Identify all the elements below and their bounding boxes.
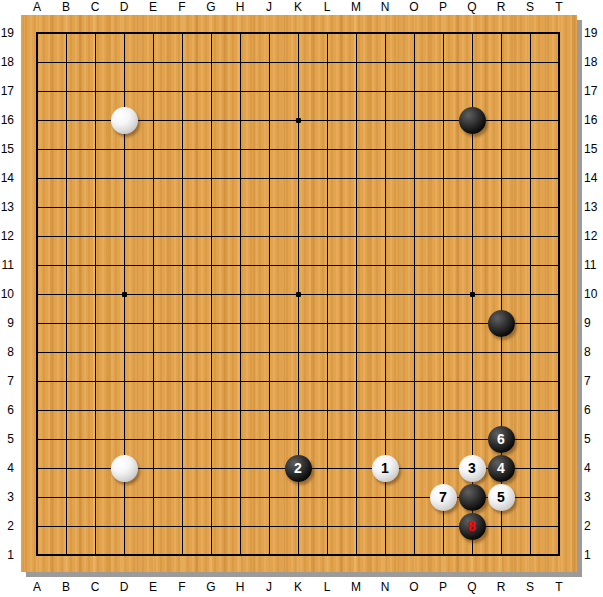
col-label-bottom-N: N (371, 577, 399, 597)
stone-black-R4: 4 (488, 455, 515, 482)
col-label-bottom-E: E (139, 577, 167, 597)
col-label-top-R: R (487, 0, 515, 15)
row-label-left-17: 17 (0, 83, 14, 99)
stone-black-R5: 6 (488, 426, 515, 453)
col-label-bottom-K: K (284, 577, 312, 597)
row-label-right-13: 13 (584, 199, 603, 215)
row-label-right-4: 4 (584, 460, 603, 476)
row-label-right-1: 1 (584, 547, 603, 563)
col-label-bottom-Q: Q (458, 577, 486, 597)
col-label-top-S: S (516, 0, 544, 15)
col-label-top-K: K (284, 0, 312, 15)
row-label-right-17: 17 (584, 83, 603, 99)
col-label-bottom-R: R (487, 577, 515, 597)
row-label-right-14: 14 (584, 170, 603, 186)
col-label-bottom-G: G (197, 577, 225, 597)
col-label-top-F: F (168, 0, 196, 15)
col-label-bottom-D: D (110, 577, 138, 597)
stone-black-Q3 (459, 484, 486, 511)
col-label-bottom-F: F (168, 577, 196, 597)
row-label-left-13: 13 (0, 199, 14, 215)
stone-black-Q2-last-move: 8 (459, 513, 486, 540)
col-label-top-T: T (545, 0, 573, 15)
col-label-bottom-A: A (23, 577, 51, 597)
stone-white-Q4: 3 (459, 455, 486, 482)
stone-white-N4: 1 (372, 455, 399, 482)
col-label-bottom-P: P (429, 577, 457, 597)
row-label-left-19: 19 (0, 25, 14, 41)
row-label-left-2: 2 (0, 518, 14, 534)
row-label-left-14: 14 (0, 170, 14, 186)
row-label-left-15: 15 (0, 141, 14, 157)
col-label-top-D: D (110, 0, 138, 15)
col-label-bottom-C: C (81, 577, 109, 597)
row-label-left-6: 6 (0, 402, 14, 418)
row-label-left-5: 5 (0, 431, 14, 447)
star-point-D10 (122, 292, 127, 297)
goban-diagram: ABCDEFGHJKLMNOPQRST ABCDEFGHJKLMNOPQRST … (0, 0, 603, 597)
row-label-left-4: 4 (0, 460, 14, 476)
star-point-Q10 (470, 292, 475, 297)
col-label-top-L: L (313, 0, 341, 15)
col-label-top-P: P (429, 0, 457, 15)
row-label-right-2: 2 (584, 518, 603, 534)
row-label-right-7: 7 (584, 373, 603, 389)
board-intersections-grid[interactable]: 12345678 (23, 19, 574, 570)
row-label-right-6: 6 (584, 402, 603, 418)
row-label-right-19: 19 (584, 25, 603, 41)
row-label-right-8: 8 (584, 344, 603, 360)
stone-black-R9 (488, 310, 515, 337)
row-label-right-12: 12 (584, 228, 603, 244)
row-label-right-10: 10 (584, 286, 603, 302)
col-label-top-G: G (197, 0, 225, 15)
row-label-right-5: 5 (584, 431, 603, 447)
col-label-bottom-S: S (516, 577, 544, 597)
col-label-top-N: N (371, 0, 399, 15)
col-label-top-M: M (342, 0, 370, 15)
stone-black-K4: 2 (285, 455, 312, 482)
row-label-left-9: 9 (0, 315, 14, 331)
row-label-left-1: 1 (0, 547, 14, 563)
col-label-bottom-L: L (313, 577, 341, 597)
row-label-left-7: 7 (0, 373, 14, 389)
col-label-top-E: E (139, 0, 167, 15)
col-label-bottom-M: M (342, 577, 370, 597)
col-label-bottom-J: J (255, 577, 283, 597)
row-label-right-15: 15 (584, 141, 603, 157)
row-label-right-11: 11 (584, 257, 603, 273)
go-board[interactable]: 12345678 (21, 15, 577, 572)
row-label-left-12: 12 (0, 228, 14, 244)
col-label-bottom-O: O (400, 577, 428, 597)
col-label-bottom-H: H (226, 577, 254, 597)
row-label-left-16: 16 (0, 112, 14, 128)
star-point-K10 (296, 292, 301, 297)
col-label-top-C: C (81, 0, 109, 15)
stone-black-Q16 (459, 107, 486, 134)
row-label-left-8: 8 (0, 344, 14, 360)
row-label-right-18: 18 (584, 54, 603, 70)
col-label-top-Q: Q (458, 0, 486, 15)
col-label-top-B: B (52, 0, 80, 15)
stone-white-D4 (111, 455, 138, 482)
stone-white-D16 (111, 107, 138, 134)
row-label-right-3: 3 (584, 489, 603, 505)
row-label-left-11: 11 (0, 257, 14, 273)
row-label-left-3: 3 (0, 489, 14, 505)
col-label-top-H: H (226, 0, 254, 15)
row-label-left-10: 10 (0, 286, 14, 302)
star-point-K16 (296, 118, 301, 123)
row-label-right-9: 9 (584, 315, 603, 331)
col-label-top-O: O (400, 0, 428, 15)
col-label-bottom-T: T (545, 577, 573, 597)
col-label-bottom-B: B (52, 577, 80, 597)
stone-white-R3: 5 (488, 484, 515, 511)
stone-white-P3: 7 (430, 484, 457, 511)
row-label-right-16: 16 (584, 112, 603, 128)
col-label-top-J: J (255, 0, 283, 15)
col-label-top-A: A (23, 0, 51, 15)
row-label-left-18: 18 (0, 54, 14, 70)
